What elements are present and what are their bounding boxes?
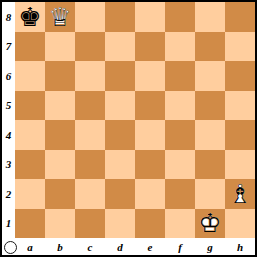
square-f7[interactable] xyxy=(165,32,195,62)
rank-label-7: 7 xyxy=(2,32,15,62)
white-queen-outline: ♕ xyxy=(46,3,74,31)
square-h8[interactable] xyxy=(225,2,255,32)
square-e2[interactable] xyxy=(135,179,165,209)
square-f2[interactable] xyxy=(165,179,195,209)
rank-label-6: 6 xyxy=(2,61,15,91)
square-d4[interactable] xyxy=(105,120,135,150)
rank-labels: 87654321 xyxy=(2,2,15,238)
square-g4[interactable] xyxy=(195,120,225,150)
square-a7[interactable] xyxy=(15,32,45,62)
square-c6[interactable] xyxy=(75,61,105,91)
side-to-move-indicator xyxy=(4,241,17,254)
square-g8[interactable] xyxy=(195,2,225,32)
rank-label-4: 4 xyxy=(2,120,15,150)
file-label-c: c xyxy=(75,238,105,255)
square-f3[interactable] xyxy=(165,150,195,180)
square-a8[interactable]: ♚ xyxy=(15,2,45,32)
file-label-e: e xyxy=(135,238,165,255)
square-f4[interactable] xyxy=(165,120,195,150)
square-c4[interactable] xyxy=(75,120,105,150)
square-d1[interactable] xyxy=(105,209,135,239)
square-h2[interactable]: ♝♗ xyxy=(225,179,255,209)
square-e4[interactable] xyxy=(135,120,165,150)
square-e6[interactable] xyxy=(135,61,165,91)
file-labels: abcdefgh xyxy=(15,238,255,255)
white-bishop-outline: ♗ xyxy=(226,180,254,208)
square-g6[interactable] xyxy=(195,61,225,91)
square-a3[interactable] xyxy=(15,150,45,180)
square-f6[interactable] xyxy=(165,61,195,91)
square-c8[interactable] xyxy=(75,2,105,32)
square-a4[interactable] xyxy=(15,120,45,150)
square-b6[interactable] xyxy=(45,61,75,91)
file-label-b: b xyxy=(45,238,75,255)
square-g7[interactable] xyxy=(195,32,225,62)
file-label-h: h xyxy=(225,238,255,255)
square-g2[interactable] xyxy=(195,179,225,209)
square-b2[interactable] xyxy=(45,179,75,209)
square-h6[interactable] xyxy=(225,61,255,91)
rank-label-8: 8 xyxy=(2,2,15,32)
square-a5[interactable] xyxy=(15,91,45,121)
square-d7[interactable] xyxy=(105,32,135,62)
square-c1[interactable] xyxy=(75,209,105,239)
square-d5[interactable] xyxy=(105,91,135,121)
square-h7[interactable] xyxy=(225,32,255,62)
square-f5[interactable] xyxy=(165,91,195,121)
square-g1[interactable]: ♚♔ xyxy=(195,209,225,239)
square-b1[interactable] xyxy=(45,209,75,239)
square-e3[interactable] xyxy=(135,150,165,180)
file-label-g: g xyxy=(195,238,225,255)
chess-diagram: 87654321 ♚♛♕♝♗♚♔ abcdefgh xyxy=(0,0,257,257)
square-b5[interactable] xyxy=(45,91,75,121)
square-g5[interactable] xyxy=(195,91,225,121)
file-label-a: a xyxy=(15,238,45,255)
square-c2[interactable] xyxy=(75,179,105,209)
square-d3[interactable] xyxy=(105,150,135,180)
rank-label-3: 3 xyxy=(2,150,15,180)
black-king-glyph: ♚ xyxy=(18,4,41,30)
rank-label-2: 2 xyxy=(2,179,15,209)
white-king: ♚♔ xyxy=(196,209,224,237)
white-queen: ♛♕ xyxy=(46,3,74,31)
rank-label-1: 1 xyxy=(2,209,15,239)
square-a6[interactable] xyxy=(15,61,45,91)
file-label-d: d xyxy=(105,238,135,255)
square-h4[interactable] xyxy=(225,120,255,150)
square-a2[interactable] xyxy=(15,179,45,209)
square-f8[interactable] xyxy=(165,2,195,32)
square-c5[interactable] xyxy=(75,91,105,121)
square-b7[interactable] xyxy=(45,32,75,62)
white-king-outline: ♔ xyxy=(196,209,224,237)
rank-label-5: 5 xyxy=(2,91,15,121)
square-f1[interactable] xyxy=(165,209,195,239)
square-h3[interactable] xyxy=(225,150,255,180)
square-h1[interactable] xyxy=(225,209,255,239)
square-a1[interactable] xyxy=(15,209,45,239)
square-e5[interactable] xyxy=(135,91,165,121)
square-h5[interactable] xyxy=(225,91,255,121)
square-d2[interactable] xyxy=(105,179,135,209)
square-b4[interactable] xyxy=(45,120,75,150)
square-g3[interactable] xyxy=(195,150,225,180)
file-label-f: f xyxy=(165,238,195,255)
square-e8[interactable] xyxy=(135,2,165,32)
square-b8[interactable]: ♛♕ xyxy=(45,2,75,32)
square-b3[interactable] xyxy=(45,150,75,180)
square-c7[interactable] xyxy=(75,32,105,62)
square-c3[interactable] xyxy=(75,150,105,180)
chess-board: ♚♛♕♝♗♚♔ xyxy=(15,2,255,238)
black-king: ♚ xyxy=(16,3,44,31)
square-d8[interactable] xyxy=(105,2,135,32)
square-d6[interactable] xyxy=(105,61,135,91)
white-bishop: ♝♗ xyxy=(226,180,254,208)
square-e1[interactable] xyxy=(135,209,165,239)
square-e7[interactable] xyxy=(135,32,165,62)
